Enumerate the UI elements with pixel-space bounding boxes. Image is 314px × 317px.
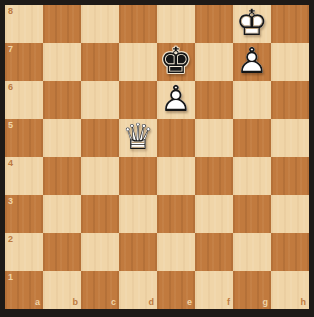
square-f6[interactable] bbox=[195, 81, 233, 119]
square-c2[interactable] bbox=[81, 233, 119, 271]
square-c1[interactable]: c bbox=[81, 271, 119, 309]
square-e4[interactable] bbox=[157, 157, 195, 195]
square-e2[interactable] bbox=[157, 233, 195, 271]
rank-label-6: 6 bbox=[8, 83, 13, 92]
rank-label-2: 2 bbox=[8, 235, 13, 244]
square-g2[interactable] bbox=[233, 233, 271, 271]
square-b6[interactable] bbox=[43, 81, 81, 119]
black-king[interactable]: ♚ bbox=[157, 43, 195, 81]
square-b1[interactable]: b bbox=[43, 271, 81, 309]
square-e5[interactable] bbox=[157, 119, 195, 157]
square-f4[interactable] bbox=[195, 157, 233, 195]
file-label-d: d bbox=[149, 298, 155, 307]
file-label-c: c bbox=[111, 298, 116, 307]
piece-detail-glyph: ♙ bbox=[160, 81, 192, 117]
rank-label-8: 8 bbox=[8, 7, 13, 16]
square-g1[interactable]: g bbox=[233, 271, 271, 309]
square-g8[interactable]: ♚♔ bbox=[233, 5, 271, 43]
square-c5[interactable] bbox=[81, 119, 119, 157]
white-pawn[interactable]: ♟♙ bbox=[233, 43, 271, 81]
square-a3[interactable]: 3 bbox=[5, 195, 43, 233]
piece-glyph: ♚ bbox=[160, 43, 192, 79]
square-c6[interactable] bbox=[81, 81, 119, 119]
square-b4[interactable] bbox=[43, 157, 81, 195]
file-label-a: a bbox=[35, 298, 40, 307]
square-d2[interactable] bbox=[119, 233, 157, 271]
square-b5[interactable] bbox=[43, 119, 81, 157]
square-d5[interactable]: ♛♕ bbox=[119, 119, 157, 157]
square-d1[interactable]: d bbox=[119, 271, 157, 309]
square-h8[interactable] bbox=[271, 5, 309, 43]
square-h4[interactable] bbox=[271, 157, 309, 195]
square-f7[interactable] bbox=[195, 43, 233, 81]
white-queen[interactable]: ♛♕ bbox=[119, 119, 157, 157]
square-d4[interactable] bbox=[119, 157, 157, 195]
piece-detail-glyph: ♕ bbox=[122, 119, 154, 155]
square-g5[interactable] bbox=[233, 119, 271, 157]
square-h7[interactable] bbox=[271, 43, 309, 81]
square-d3[interactable] bbox=[119, 195, 157, 233]
square-d7[interactable] bbox=[119, 43, 157, 81]
piece-detail-glyph: ♔ bbox=[236, 5, 268, 41]
square-h3[interactable] bbox=[271, 195, 309, 233]
chess-board: 8♚♔7♚♟♙6♟♙5♛♕4321abcdefgh bbox=[5, 5, 309, 309]
square-g6[interactable] bbox=[233, 81, 271, 119]
rank-label-7: 7 bbox=[8, 45, 13, 54]
square-c8[interactable] bbox=[81, 5, 119, 43]
rank-label-4: 4 bbox=[8, 159, 13, 168]
square-c4[interactable] bbox=[81, 157, 119, 195]
square-h2[interactable] bbox=[271, 233, 309, 271]
square-a6[interactable]: 6 bbox=[5, 81, 43, 119]
square-h1[interactable]: h bbox=[271, 271, 309, 309]
square-g7[interactable]: ♟♙ bbox=[233, 43, 271, 81]
square-f1[interactable]: f bbox=[195, 271, 233, 309]
square-e8[interactable] bbox=[157, 5, 195, 43]
square-a7[interactable]: 7 bbox=[5, 43, 43, 81]
board-frame: 8♚♔7♚♟♙6♟♙5♛♕4321abcdefgh bbox=[0, 0, 314, 317]
square-b2[interactable] bbox=[43, 233, 81, 271]
file-label-e: e bbox=[187, 298, 192, 307]
white-king[interactable]: ♚♔ bbox=[233, 5, 271, 43]
square-c3[interactable] bbox=[81, 195, 119, 233]
file-label-g: g bbox=[263, 298, 269, 307]
square-f3[interactable] bbox=[195, 195, 233, 233]
square-g3[interactable] bbox=[233, 195, 271, 233]
square-b7[interactable] bbox=[43, 43, 81, 81]
square-e7[interactable]: ♚ bbox=[157, 43, 195, 81]
file-label-f: f bbox=[227, 298, 230, 307]
square-e3[interactable] bbox=[157, 195, 195, 233]
square-a4[interactable]: 4 bbox=[5, 157, 43, 195]
white-pawn[interactable]: ♟♙ bbox=[157, 81, 195, 119]
rank-label-3: 3 bbox=[8, 197, 13, 206]
file-label-h: h bbox=[301, 298, 307, 307]
file-label-b: b bbox=[73, 298, 79, 307]
square-h5[interactable] bbox=[271, 119, 309, 157]
rank-label-5: 5 bbox=[8, 121, 13, 130]
piece-detail-glyph: ♙ bbox=[236, 43, 268, 79]
square-a2[interactable]: 2 bbox=[5, 233, 43, 271]
rank-label-1: 1 bbox=[8, 273, 13, 282]
square-a8[interactable]: 8 bbox=[5, 5, 43, 43]
square-f8[interactable] bbox=[195, 5, 233, 43]
square-f2[interactable] bbox=[195, 233, 233, 271]
square-d8[interactable] bbox=[119, 5, 157, 43]
square-e1[interactable]: e bbox=[157, 271, 195, 309]
square-b3[interactable] bbox=[43, 195, 81, 233]
square-a5[interactable]: 5 bbox=[5, 119, 43, 157]
square-h6[interactable] bbox=[271, 81, 309, 119]
square-c7[interactable] bbox=[81, 43, 119, 81]
square-d6[interactable] bbox=[119, 81, 157, 119]
square-g4[interactable] bbox=[233, 157, 271, 195]
square-f5[interactable] bbox=[195, 119, 233, 157]
square-e6[interactable]: ♟♙ bbox=[157, 81, 195, 119]
square-a1[interactable]: 1a bbox=[5, 271, 43, 309]
square-b8[interactable] bbox=[43, 5, 81, 43]
